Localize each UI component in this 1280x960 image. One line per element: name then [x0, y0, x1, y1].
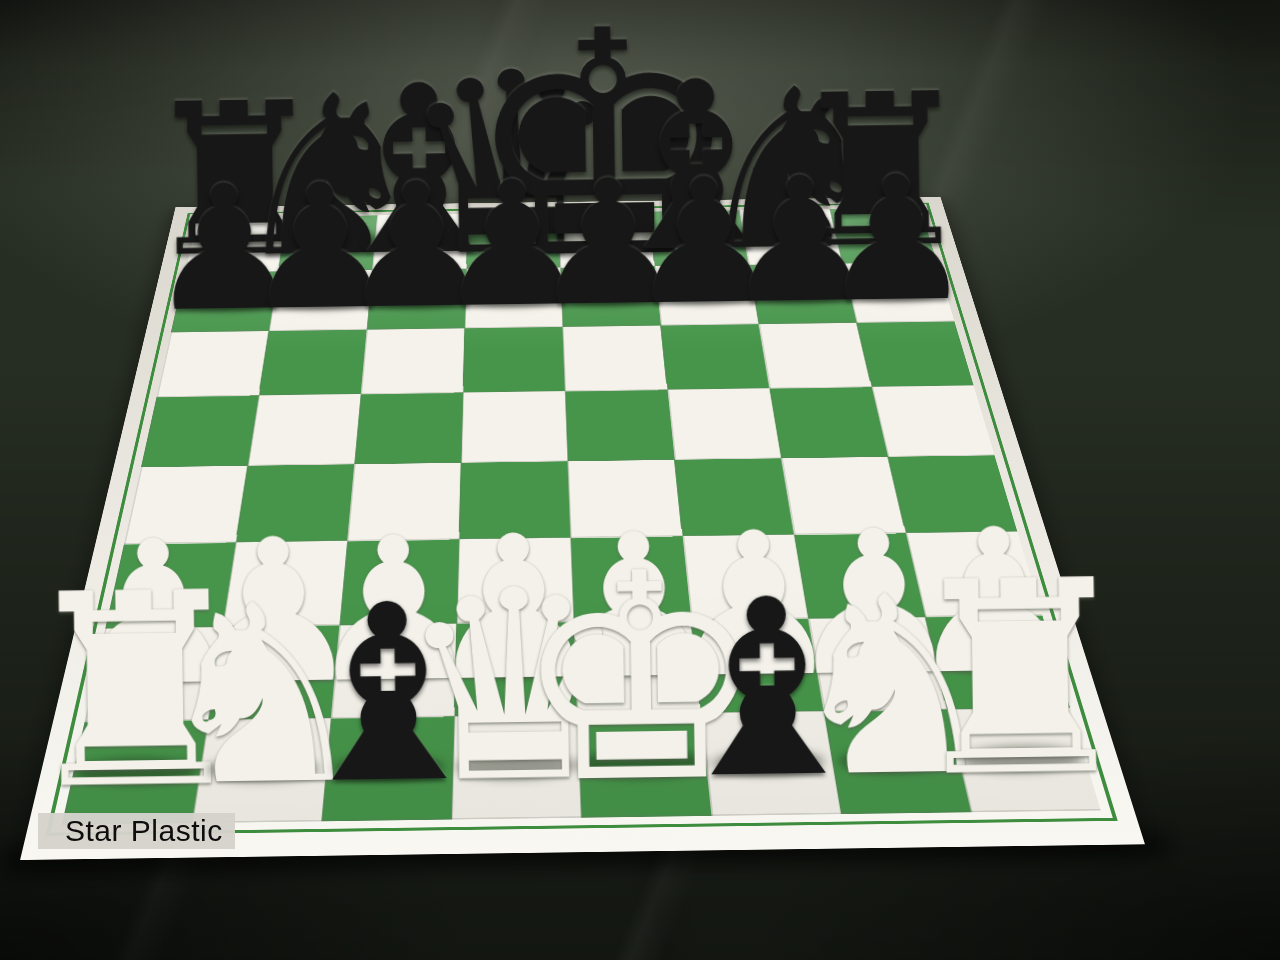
chess-board-grid — [61, 208, 1100, 825]
photo-backdrop-cloth: ♜♞♝♛♚♝♞♜♟♟♟♟♟♟♟♟♟♟♟♟♟♟♟♟♜♞♝♛♚♝♞♜ Star Pl… — [0, 0, 1280, 960]
chess-mat — [20, 197, 1145, 860]
watermark-label: Star Plastic — [38, 813, 235, 849]
